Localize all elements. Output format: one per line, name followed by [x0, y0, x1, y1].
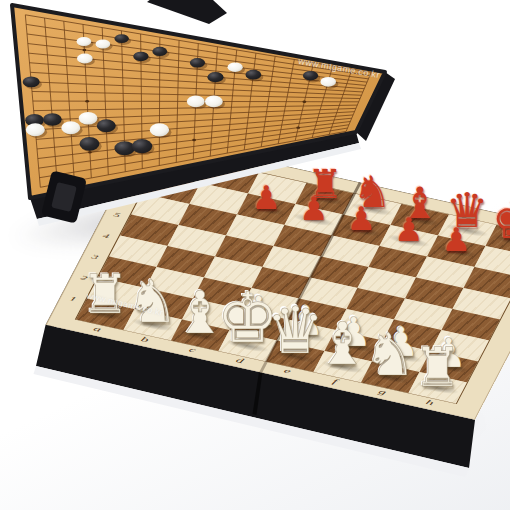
go-stone-black: [190, 58, 205, 67]
go-star-point: [296, 126, 300, 128]
go-stone-black: [43, 113, 62, 126]
go-stone-black: [152, 47, 167, 56]
go-stone-white: [320, 77, 336, 87]
go-stone-white: [150, 123, 169, 136]
go-star-point: [302, 100, 306, 102]
go-stone-white: [95, 39, 110, 48]
go-stone-black: [80, 137, 100, 151]
go-star-point: [85, 100, 89, 102]
go-stone-white: [187, 96, 205, 108]
go-board-set: [0, 0, 510, 510]
go-star-point: [192, 139, 196, 141]
go-stone-white: [26, 123, 45, 136]
go-stone-black: [303, 71, 318, 80]
product-photo-stage: abcdefgh12345678 ♜♞♝♛♚♟♟♟♟♟♜♞♝♚♛♝♞♜♟♟♟♟♟…: [0, 0, 510, 510]
go-stone-white: [228, 62, 243, 71]
go-star-point: [82, 49, 86, 51]
go-stone-black: [133, 52, 148, 61]
go-case-hinge: [147, 0, 227, 24]
go-stone-black: [207, 72, 223, 82]
go-stone-white: [77, 54, 93, 64]
go-stone-white: [77, 37, 92, 46]
go-stone-black: [246, 70, 262, 80]
go-stone-white: [61, 121, 80, 134]
go-stone-black: [23, 76, 40, 87]
go-stone-black: [114, 34, 128, 43]
go-stone-white: [79, 112, 98, 125]
go-stone-black: [97, 119, 116, 132]
go-stone-black: [132, 139, 152, 153]
go-stone-white: [205, 96, 223, 108]
go-stone-black: [114, 141, 134, 155]
